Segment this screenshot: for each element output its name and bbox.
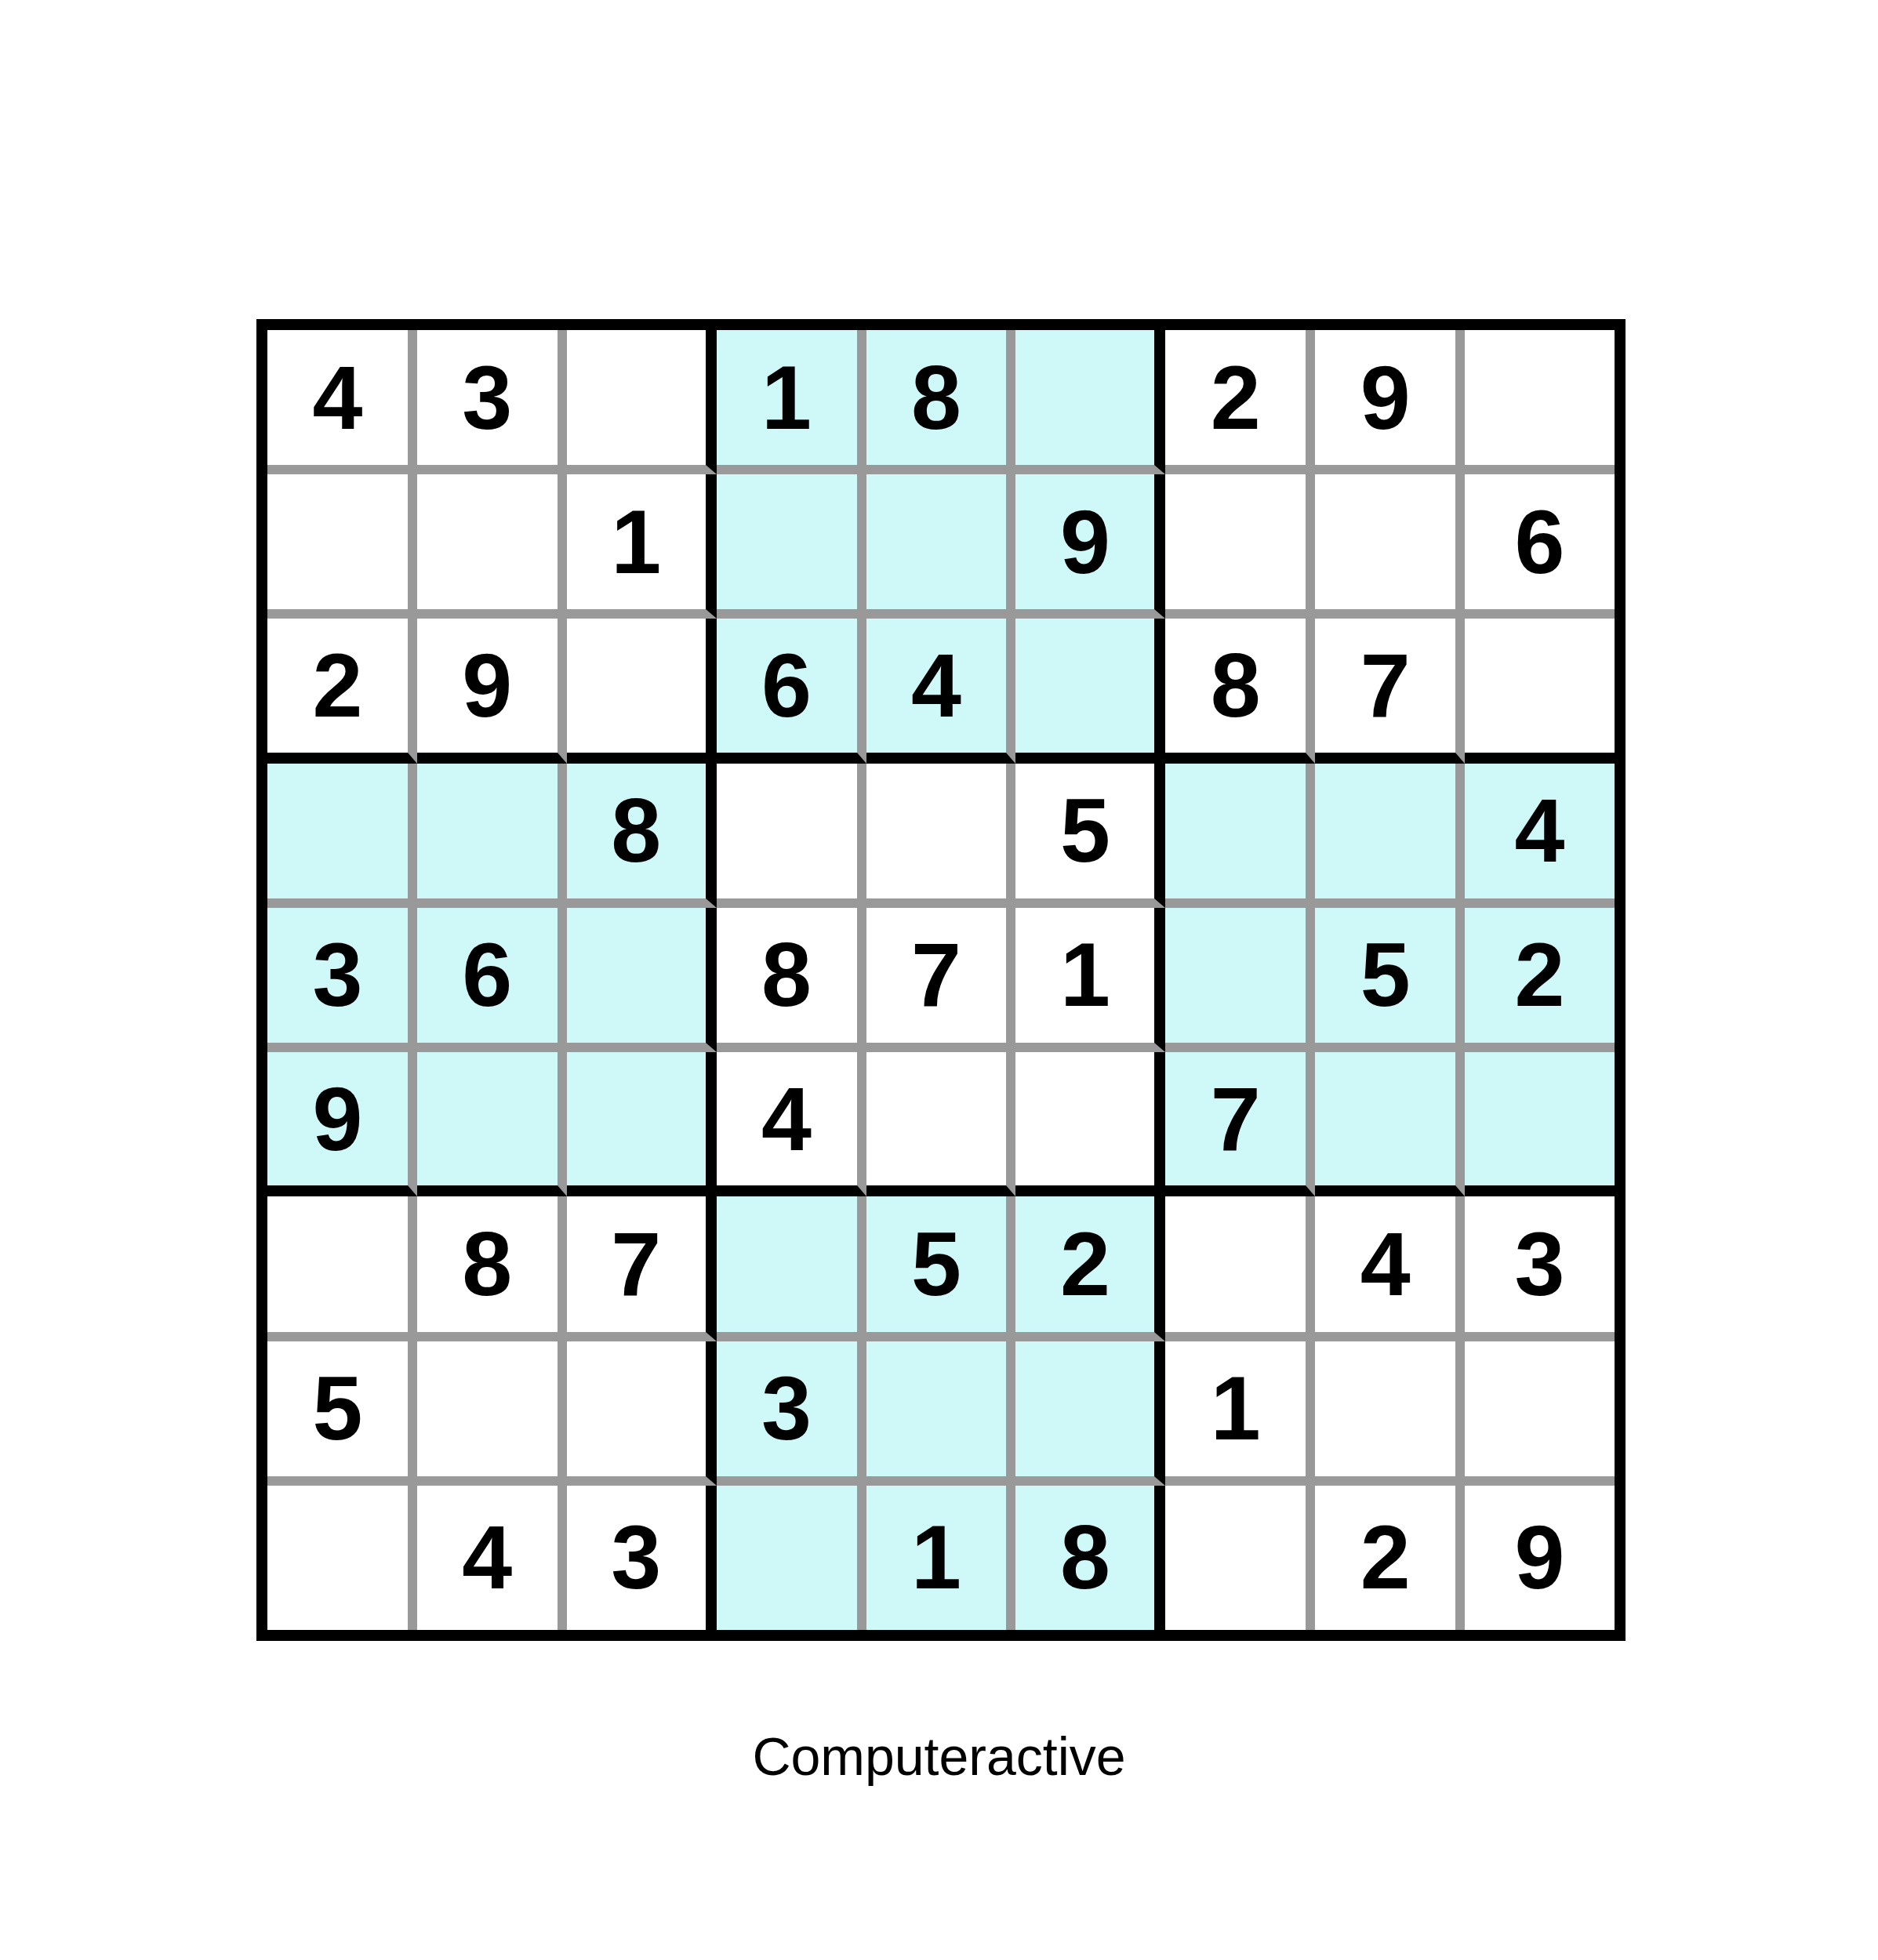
cell-r2c8[interactable] xyxy=(1315,474,1465,619)
cell-r1c1[interactable]: 4 xyxy=(267,330,417,474)
cell-r2c7[interactable] xyxy=(1165,474,1315,619)
cell-r7c2[interactable]: 8 xyxy=(417,1196,567,1341)
cell-r7c6[interactable]: 2 xyxy=(1015,1196,1165,1341)
cell-r2c3[interactable]: 1 xyxy=(567,474,717,619)
cell-r2c9[interactable]: 6 xyxy=(1465,474,1615,619)
cell-r9c8[interactable]: 2 xyxy=(1315,1486,1465,1630)
cell-r4c6[interactable]: 5 xyxy=(1015,764,1165,908)
cell-r7c7[interactable] xyxy=(1165,1196,1315,1341)
cell-r5c6[interactable]: 1 xyxy=(1015,908,1165,1052)
cell-r4c7[interactable] xyxy=(1165,764,1315,908)
cell-r5c9[interactable]: 2 xyxy=(1465,908,1615,1052)
cell-r9c5[interactable]: 1 xyxy=(866,1486,1016,1630)
cell-r6c4[interactable]: 4 xyxy=(717,1052,866,1196)
cell-r2c4[interactable] xyxy=(717,474,866,619)
cell-r8c4[interactable]: 3 xyxy=(717,1341,866,1486)
cell-r2c5[interactable] xyxy=(866,474,1016,619)
cell-r8c5[interactable] xyxy=(866,1341,1016,1486)
cell-r8c2[interactable] xyxy=(417,1341,567,1486)
cell-r5c1[interactable]: 3 xyxy=(267,908,417,1052)
cell-r8c9[interactable] xyxy=(1465,1341,1615,1486)
cell-r1c3[interactable] xyxy=(567,330,717,474)
cell-r9c3[interactable]: 3 xyxy=(567,1486,717,1630)
cell-r7c5[interactable]: 5 xyxy=(866,1196,1016,1341)
cell-r3c4[interactable]: 6 xyxy=(717,619,866,763)
cell-r9c2[interactable]: 4 xyxy=(417,1486,567,1630)
cell-r7c1[interactable] xyxy=(267,1196,417,1341)
cell-r7c3[interactable]: 7 xyxy=(567,1196,717,1341)
cell-r2c6[interactable]: 9 xyxy=(1015,474,1165,619)
cell-r5c4[interactable]: 8 xyxy=(717,908,866,1052)
cell-r5c8[interactable]: 5 xyxy=(1315,908,1465,1052)
cell-r4c5[interactable] xyxy=(866,764,1016,908)
cell-r6c2[interactable] xyxy=(417,1052,567,1196)
cell-r1c4[interactable]: 1 xyxy=(717,330,866,474)
cell-r1c2[interactable]: 3 xyxy=(417,330,567,474)
cell-r8c8[interactable] xyxy=(1315,1341,1465,1486)
cell-r9c6[interactable]: 8 xyxy=(1015,1486,1165,1630)
cell-r4c1[interactable] xyxy=(267,764,417,908)
cell-r1c6[interactable] xyxy=(1015,330,1165,474)
cell-r9c9[interactable]: 9 xyxy=(1465,1486,1615,1630)
cell-r6c7[interactable]: 7 xyxy=(1165,1052,1315,1196)
cell-r6c3[interactable] xyxy=(567,1052,717,1196)
cell-r7c9[interactable]: 3 xyxy=(1465,1196,1615,1341)
cell-r5c7[interactable] xyxy=(1165,908,1315,1052)
cell-r7c4[interactable] xyxy=(717,1196,866,1341)
cell-r3c6[interactable] xyxy=(1015,619,1165,763)
cell-r9c4[interactable] xyxy=(717,1486,866,1630)
cell-r9c7[interactable] xyxy=(1165,1486,1315,1630)
cell-r7c8[interactable]: 4 xyxy=(1315,1196,1465,1341)
cell-r4c8[interactable] xyxy=(1315,764,1465,908)
cell-r4c3[interactable]: 8 xyxy=(567,764,717,908)
cell-r3c5[interactable]: 4 xyxy=(866,619,1016,763)
cell-r5c2[interactable]: 6 xyxy=(417,908,567,1052)
cell-r1c7[interactable]: 2 xyxy=(1165,330,1315,474)
cell-r8c1[interactable]: 5 xyxy=(267,1341,417,1486)
cell-r6c1[interactable]: 9 xyxy=(267,1052,417,1196)
cell-r6c9[interactable] xyxy=(1465,1052,1615,1196)
cell-r2c2[interactable] xyxy=(417,474,567,619)
cell-r9c1[interactable] xyxy=(267,1486,417,1630)
cell-r5c5[interactable]: 7 xyxy=(866,908,1016,1052)
cell-r2c1[interactable] xyxy=(267,474,417,619)
cell-r3c7[interactable]: 8 xyxy=(1165,619,1315,763)
caption: Computeractive xyxy=(0,1725,1878,1789)
cell-r3c3[interactable] xyxy=(567,619,717,763)
cell-r3c1[interactable]: 2 xyxy=(267,619,417,763)
cell-r8c3[interactable] xyxy=(567,1341,717,1486)
sudoku-board: 4318291962964878543687152947875243531431… xyxy=(256,319,1626,1641)
cell-r5c3[interactable] xyxy=(567,908,717,1052)
cell-r4c4[interactable] xyxy=(717,764,866,908)
cell-r3c2[interactable]: 9 xyxy=(417,619,567,763)
cell-r6c6[interactable] xyxy=(1015,1052,1165,1196)
cell-r4c2[interactable] xyxy=(417,764,567,908)
cell-r3c9[interactable] xyxy=(1465,619,1615,763)
cell-r4c9[interactable]: 4 xyxy=(1465,764,1615,908)
cell-r8c6[interactable] xyxy=(1015,1341,1165,1486)
cell-r6c5[interactable] xyxy=(866,1052,1016,1196)
cell-r6c8[interactable] xyxy=(1315,1052,1465,1196)
cell-r3c8[interactable]: 7 xyxy=(1315,619,1465,763)
cell-r1c9[interactable] xyxy=(1465,330,1615,474)
cell-r8c7[interactable]: 1 xyxy=(1165,1341,1315,1486)
cell-r1c8[interactable]: 9 xyxy=(1315,330,1465,474)
cell-r1c5[interactable]: 8 xyxy=(866,330,1016,474)
